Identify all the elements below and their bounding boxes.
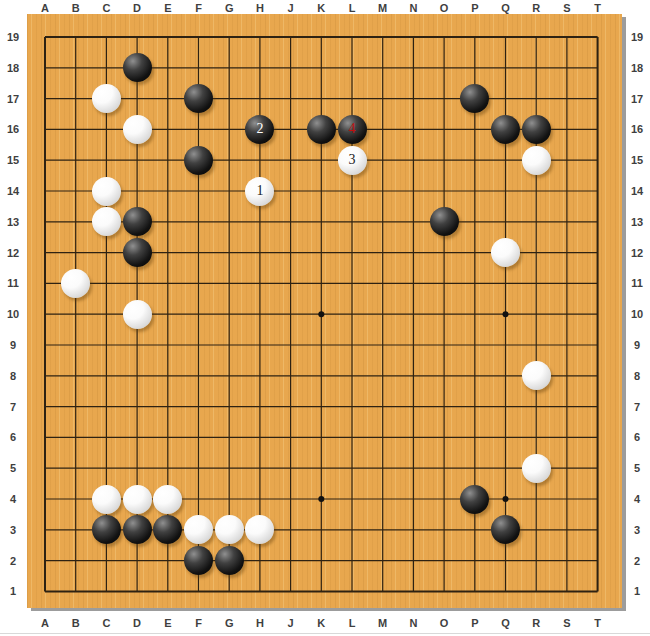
left-row-label-7: 7	[2, 399, 24, 415]
top-column-label-N: N	[403, 0, 423, 16]
top-column-label-T: T	[588, 0, 608, 16]
left-row-label-13: 13	[2, 214, 24, 230]
stone-white-E4[interactable]	[153, 485, 182, 514]
bottom-column-label-N: N	[403, 615, 423, 631]
left-row-label-9: 9	[2, 337, 24, 353]
go-board[interactable]: 2431	[27, 14, 622, 608]
stone-white-C13[interactable]	[92, 207, 121, 236]
left-row-label-5: 5	[2, 460, 24, 476]
top-column-label-G: G	[219, 0, 239, 16]
top-column-label-B: B	[66, 0, 86, 16]
stone-black-F15[interactable]	[184, 146, 213, 175]
window-bottom-divider	[0, 633, 650, 634]
left-row-label-15: 15	[2, 152, 24, 168]
right-row-label-7: 7	[626, 399, 648, 415]
stone-white-C17[interactable]	[92, 84, 121, 113]
move-number-4: 4	[349, 122, 356, 136]
right-row-label-8: 8	[626, 368, 648, 384]
bottom-column-label-C: C	[96, 615, 116, 631]
left-row-label-12: 12	[2, 245, 24, 261]
stone-black-F2[interactable]	[184, 546, 213, 575]
right-row-label-3: 3	[626, 522, 648, 538]
right-row-label-18: 18	[626, 60, 648, 76]
right-row-label-4: 4	[626, 491, 648, 507]
right-row-label-19: 19	[626, 29, 648, 45]
right-row-label-11: 11	[626, 275, 648, 291]
stone-white-R8[interactable]	[522, 361, 551, 390]
top-column-label-E: E	[158, 0, 178, 16]
top-column-label-Q: Q	[496, 0, 516, 16]
top-column-label-R: R	[526, 0, 546, 16]
right-row-label-9: 9	[626, 337, 648, 353]
stone-black-C3[interactable]	[92, 515, 121, 544]
bottom-column-label-H: H	[250, 615, 270, 631]
top-column-label-A: A	[35, 0, 55, 16]
left-row-label-1: 1	[2, 583, 24, 599]
right-row-label-10: 10	[626, 306, 648, 322]
stone-black-P4[interactable]	[460, 485, 489, 514]
bottom-column-label-O: O	[434, 615, 454, 631]
move-number-2: 2	[256, 122, 263, 136]
left-row-label-10: 10	[2, 306, 24, 322]
left-row-label-17: 17	[2, 91, 24, 107]
right-row-label-15: 15	[626, 152, 648, 168]
stone-white-R15[interactable]	[522, 146, 551, 175]
right-row-label-17: 17	[626, 91, 648, 107]
right-row-label-14: 14	[626, 183, 648, 199]
right-row-label-13: 13	[626, 214, 648, 230]
move-number-1: 1	[256, 184, 263, 198]
move-number-3: 3	[349, 153, 356, 167]
stone-white-C4[interactable]	[92, 485, 121, 514]
stone-white-L15[interactable]: 3	[338, 146, 367, 175]
stone-black-D12[interactable]	[123, 238, 152, 267]
stone-black-F17[interactable]	[184, 84, 213, 113]
bottom-column-label-M: M	[373, 615, 393, 631]
left-row-label-16: 16	[2, 121, 24, 137]
bottom-column-label-B: B	[66, 615, 86, 631]
stone-black-D18[interactable]	[123, 53, 152, 82]
stone-white-Q12[interactable]	[491, 238, 520, 267]
go-app-screen: 2431 AABBCCDDEEFFGGHHJJKKLLMMNNOOPPQQRRS…	[0, 0, 650, 636]
stone-black-O13[interactable]	[430, 207, 459, 236]
stone-black-K16[interactable]	[307, 115, 336, 144]
stone-black-R16[interactable]	[522, 115, 551, 144]
top-column-label-C: C	[96, 0, 116, 16]
left-row-label-6: 6	[2, 429, 24, 445]
bottom-column-label-D: D	[127, 615, 147, 631]
left-row-label-8: 8	[2, 368, 24, 384]
bottom-column-label-J: J	[281, 615, 301, 631]
top-column-label-K: K	[311, 0, 331, 16]
star-point-K4	[318, 496, 324, 502]
bottom-column-label-G: G	[219, 615, 239, 631]
top-column-label-D: D	[127, 0, 147, 16]
right-row-label-12: 12	[626, 245, 648, 261]
right-row-label-16: 16	[626, 121, 648, 137]
stone-white-C14[interactable]	[92, 177, 121, 206]
top-column-label-M: M	[373, 0, 393, 16]
bottom-column-label-E: E	[158, 615, 178, 631]
star-point-Q10	[503, 311, 509, 317]
left-row-label-19: 19	[2, 29, 24, 45]
left-row-label-3: 3	[2, 522, 24, 538]
stone-white-D16[interactable]	[123, 115, 152, 144]
bottom-column-label-L: L	[342, 615, 362, 631]
top-column-label-J: J	[281, 0, 301, 16]
top-column-label-S: S	[557, 0, 577, 16]
right-row-label-2: 2	[626, 553, 648, 569]
left-row-label-18: 18	[2, 60, 24, 76]
bottom-column-label-S: S	[557, 615, 577, 631]
bottom-column-label-K: K	[311, 615, 331, 631]
top-column-label-L: L	[342, 0, 362, 16]
bottom-column-label-Q: Q	[496, 615, 516, 631]
star-point-K10	[318, 311, 324, 317]
top-column-label-O: O	[434, 0, 454, 16]
right-row-label-1: 1	[626, 583, 648, 599]
bottom-column-label-F: F	[189, 615, 209, 631]
bottom-column-label-P: P	[465, 615, 485, 631]
right-row-label-5: 5	[626, 460, 648, 476]
right-row-label-6: 6	[626, 429, 648, 445]
left-row-label-11: 11	[2, 275, 24, 291]
stone-black-D13[interactable]	[123, 207, 152, 236]
top-column-label-H: H	[250, 0, 270, 16]
bottom-column-label-T: T	[588, 615, 608, 631]
stone-black-G2[interactable]	[215, 546, 244, 575]
stone-white-D4[interactable]	[123, 485, 152, 514]
stone-black-L16[interactable]: 4	[338, 115, 367, 144]
stone-white-D10[interactable]	[123, 300, 152, 329]
stone-white-B11[interactable]	[61, 269, 90, 298]
left-row-label-2: 2	[2, 553, 24, 569]
stone-black-D3[interactable]	[123, 515, 152, 544]
stone-black-Q16[interactable]	[491, 115, 520, 144]
stone-white-R5[interactable]	[522, 454, 551, 483]
top-column-label-P: P	[465, 0, 485, 16]
star-point-Q4	[503, 496, 509, 502]
stone-white-H14[interactable]: 1	[245, 177, 274, 206]
stone-white-G3[interactable]	[215, 515, 244, 544]
bottom-column-label-A: A	[35, 615, 55, 631]
bottom-column-label-R: R	[526, 615, 546, 631]
left-row-label-4: 4	[2, 491, 24, 507]
left-row-label-14: 14	[2, 183, 24, 199]
top-column-label-F: F	[189, 0, 209, 16]
